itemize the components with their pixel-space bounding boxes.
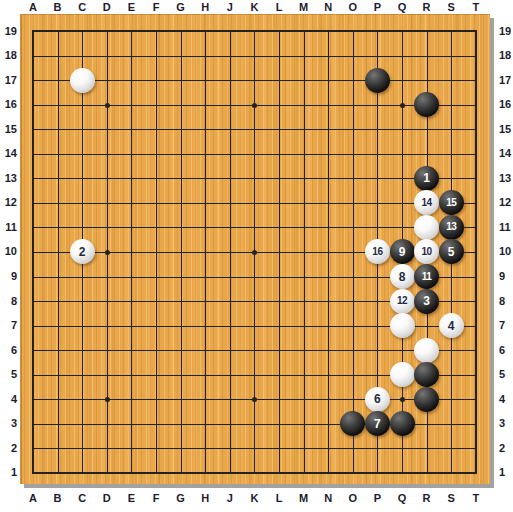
stone-number: 10: [422, 246, 432, 258]
coordinate-label: M: [296, 492, 312, 505]
stone-number: 8: [399, 271, 406, 283]
coordinate-label: 18: [0, 49, 17, 62]
coordinate-label: 4: [499, 393, 513, 406]
coordinate-label: R: [419, 492, 435, 505]
star-point: [252, 103, 257, 108]
coordinate-label: R: [419, 1, 435, 14]
white-stone: 12: [390, 289, 415, 314]
coordinate-label: P: [369, 1, 385, 14]
white-stone: [390, 313, 415, 338]
coordinate-label: A: [25, 492, 41, 505]
black-stone: 7: [365, 411, 390, 436]
coordinate-label: H: [197, 492, 213, 505]
coordinate-label: L: [271, 492, 287, 505]
white-stone: [390, 362, 415, 387]
coordinate-label: J: [222, 1, 238, 14]
coordinate-label: G: [173, 1, 189, 14]
coordinate-label: C: [74, 492, 90, 505]
coordinate-label: 10: [0, 245, 17, 258]
white-stone: 2: [70, 239, 95, 264]
stone-number: 2: [79, 246, 86, 258]
coordinate-label: 14: [499, 147, 513, 160]
black-stone: 3: [414, 289, 439, 314]
coordinate-label: T: [468, 1, 484, 14]
coordinate-label: 13: [0, 172, 17, 185]
coordinate-label: 17: [499, 74, 513, 87]
grid-line: [32, 448, 477, 449]
white-stone: 10: [414, 239, 439, 264]
grid-line: [475, 30, 477, 474]
coordinate-label: J: [222, 492, 238, 505]
coordinate-label: N: [320, 1, 336, 14]
coordinate-label: P: [369, 492, 385, 505]
coordinate-label: Q: [394, 1, 410, 14]
coordinate-label: 9: [0, 270, 17, 283]
coordinate-label: S: [443, 1, 459, 14]
coordinate-label: 16: [499, 98, 513, 111]
coordinate-label: S: [443, 492, 459, 505]
stone-number: 5: [448, 246, 455, 258]
white-stone: [70, 68, 95, 93]
coordinate-label: 18: [499, 49, 513, 62]
coordinate-label: 6: [0, 344, 17, 357]
coordinate-label: 2: [499, 442, 513, 455]
black-stone: [414, 362, 439, 387]
coordinate-label: 8: [0, 295, 17, 308]
coordinate-label: D: [99, 492, 115, 505]
coordinate-label: E: [123, 492, 139, 505]
coordinate-label: O: [345, 492, 361, 505]
coordinate-label: 13: [499, 172, 513, 185]
grid-line: [32, 350, 477, 351]
coordinate-label: 17: [0, 74, 17, 87]
coordinate-label: Q: [394, 492, 410, 505]
star-point: [400, 103, 405, 108]
white-stone: [414, 215, 439, 240]
grid-line: [304, 30, 305, 474]
coordinate-label: D: [99, 1, 115, 14]
white-stone: 16: [365, 239, 390, 264]
coordinate-label: 1: [499, 466, 513, 479]
coordinate-label: 7: [0, 319, 17, 332]
coordinate-label: 11: [499, 221, 513, 234]
coordinate-label: 10: [499, 245, 513, 258]
stone-number: 9: [399, 246, 406, 258]
coordinate-label: 8: [499, 295, 513, 308]
stone-number: 3: [423, 295, 430, 307]
go-diagram-page: ABCDEFGHJKLMNOPQRST ABCDEFGHJKLMNOPQRST …: [0, 0, 513, 512]
grid-line: [32, 472, 477, 474]
coordinate-label: A: [25, 1, 41, 14]
black-stone: [390, 411, 415, 436]
coordinate-label: 15: [499, 123, 513, 136]
coordinate-label: 19: [499, 25, 513, 38]
white-stone: [414, 338, 439, 363]
stone-number: 13: [446, 221, 456, 233]
coordinate-label: 1: [0, 466, 17, 479]
stone-number: 4: [448, 320, 455, 332]
coordinate-label: H: [197, 1, 213, 14]
coordinate-label: L: [271, 1, 287, 14]
coordinate-label: 2: [0, 442, 17, 455]
coordinate-label: 14: [0, 147, 17, 160]
black-stone: 15: [439, 190, 464, 215]
black-stone: [340, 411, 365, 436]
coordinate-label: E: [123, 1, 139, 14]
coordinate-label: 5: [499, 368, 513, 381]
coordinate-label: 12: [499, 196, 513, 209]
coordinate-label: K: [246, 492, 262, 505]
black-stone: 5: [439, 239, 464, 264]
black-stone: 9: [390, 239, 415, 264]
stone-number: 16: [372, 246, 382, 258]
coordinate-label: 9: [499, 270, 513, 283]
black-stone: [365, 68, 390, 93]
coordinate-label: 16: [0, 98, 17, 111]
coordinate-label: 3: [0, 417, 17, 430]
white-stone: 8: [390, 264, 415, 289]
stone-number: 6: [374, 393, 381, 405]
white-stone: 6: [365, 387, 390, 412]
coordinate-label: B: [50, 1, 66, 14]
grid-line: [328, 30, 329, 474]
coordinate-label: T: [468, 492, 484, 505]
grid-line: [353, 30, 354, 474]
coordinate-label: 7: [499, 319, 513, 332]
coordinate-label: 5: [0, 368, 17, 381]
black-stone: 13: [439, 215, 464, 240]
stone-number: 15: [446, 197, 456, 209]
coordinate-label: N: [320, 492, 336, 505]
grid-line: [279, 30, 280, 474]
coordinate-label: 4: [0, 393, 17, 406]
star-point: [400, 397, 405, 402]
star-point: [252, 250, 257, 255]
stone-number: 1: [423, 172, 430, 184]
black-stone: [414, 387, 439, 412]
star-point: [105, 397, 110, 402]
stone-number: 14: [422, 197, 432, 209]
star-point: [105, 103, 110, 108]
coordinate-label: 19: [0, 25, 17, 38]
white-stone: 14: [414, 190, 439, 215]
star-point: [252, 397, 257, 402]
stone-number: 11: [422, 271, 432, 283]
black-stone: 1: [414, 166, 439, 191]
coordinate-label: K: [246, 1, 262, 14]
coordinate-label: 15: [0, 123, 17, 136]
coordinate-label: 12: [0, 196, 17, 209]
stone-number: 7: [374, 418, 381, 430]
coordinate-label: M: [296, 1, 312, 14]
coordinate-label: 6: [499, 344, 513, 357]
coordinate-label: B: [50, 492, 66, 505]
stone-number: 12: [397, 295, 407, 307]
coordinate-label: O: [345, 1, 361, 14]
coordinate-label: G: [173, 492, 189, 505]
coordinate-label: 11: [0, 221, 17, 234]
coordinate-label: F: [148, 1, 164, 14]
black-stone: [414, 92, 439, 117]
black-stone: 11: [414, 264, 439, 289]
coordinate-label: F: [148, 492, 164, 505]
star-point: [105, 250, 110, 255]
white-stone: 4: [439, 313, 464, 338]
coordinate-label: C: [74, 1, 90, 14]
coordinate-label: 3: [499, 417, 513, 430]
goban[interactable]: 11415132169105811123467: [20, 14, 490, 484]
